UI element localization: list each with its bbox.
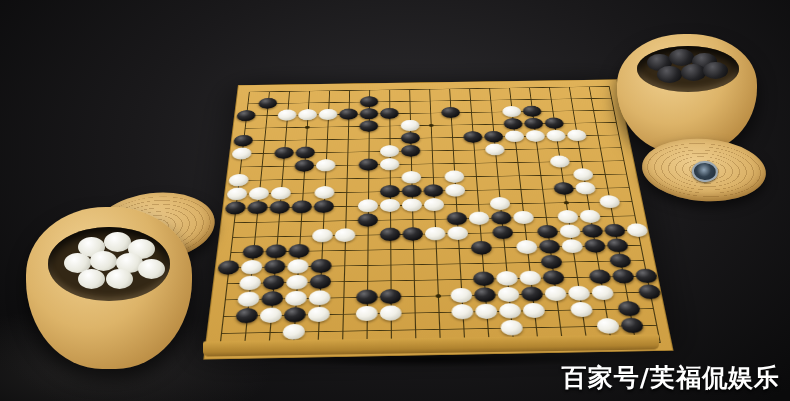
white-stone <box>557 210 579 223</box>
white-stone <box>356 306 378 322</box>
black-stone <box>380 108 399 119</box>
black-stone <box>522 106 542 117</box>
black-stone <box>474 287 497 302</box>
white-stone <box>546 130 567 142</box>
black-stone <box>524 118 544 130</box>
white-stone <box>335 228 356 242</box>
black-stone <box>463 131 483 143</box>
black-stone <box>503 118 523 130</box>
white-stone <box>287 259 309 274</box>
black-stone <box>471 241 493 255</box>
white-stone <box>380 199 400 212</box>
black-stone <box>288 244 310 258</box>
white-stone <box>445 184 466 197</box>
black-stone <box>484 131 504 143</box>
black-stone <box>491 211 512 224</box>
black-stone <box>553 182 575 195</box>
hoshi-point <box>305 126 310 129</box>
white-stone <box>570 302 594 317</box>
black-stone <box>295 146 315 158</box>
black-stone <box>588 269 611 284</box>
white-stone <box>424 198 445 211</box>
white-stone <box>237 291 260 306</box>
white-stone <box>248 187 269 200</box>
black-stone <box>309 274 331 289</box>
white-stone <box>425 227 446 241</box>
white-stone <box>513 211 535 224</box>
black-stone <box>262 275 284 290</box>
white-stone <box>444 170 464 183</box>
white-stone <box>308 307 330 323</box>
white-stone <box>450 288 472 303</box>
hoshi-point <box>436 294 442 298</box>
go-board <box>203 79 673 359</box>
white-stone <box>502 106 522 117</box>
white-stone <box>380 305 402 321</box>
black-stone <box>264 260 286 275</box>
black-stone <box>402 185 422 198</box>
white-stone <box>525 130 545 142</box>
black-stone <box>274 147 294 159</box>
black-stone <box>473 271 495 286</box>
white-stone <box>286 275 308 290</box>
black-bowl-opening <box>637 46 739 92</box>
white-stone <box>559 224 581 238</box>
black-stone <box>380 185 400 198</box>
black-stone <box>441 107 460 118</box>
goban-surface <box>203 79 673 359</box>
white-stone <box>447 226 468 240</box>
black-stone <box>310 259 332 274</box>
black-stone <box>521 286 544 301</box>
white-stone <box>489 197 510 210</box>
black-stone <box>313 200 334 213</box>
black-stone <box>681 64 706 81</box>
black-stone <box>538 240 560 254</box>
black-stone <box>236 110 256 121</box>
black-stone <box>360 96 379 107</box>
white-stone <box>549 155 570 167</box>
black-stone <box>356 289 378 304</box>
black-stone <box>584 239 607 253</box>
white-stone <box>566 129 587 141</box>
white-stone <box>314 186 334 199</box>
white-stone <box>522 303 545 319</box>
white-bowl-opening <box>48 227 170 301</box>
black-stone-bowl <box>617 34 757 154</box>
white-stone <box>380 145 399 157</box>
white-stone <box>282 324 305 340</box>
black-stone <box>581 224 604 238</box>
black-stone <box>294 159 314 171</box>
black-stone <box>242 245 264 259</box>
black-stone <box>703 62 728 79</box>
black-stone <box>657 66 682 83</box>
white-stone <box>591 285 615 300</box>
white-stone <box>240 260 262 275</box>
watermark-text: 百家号/芙福侃娱乐 <box>562 361 780 394</box>
black-stone <box>402 227 423 241</box>
white-stone <box>575 182 597 195</box>
hoshi-point <box>429 124 434 127</box>
black-stone <box>606 238 629 252</box>
black-stone <box>637 284 661 299</box>
black-stone <box>291 200 312 213</box>
black-stone <box>544 117 564 129</box>
photo-scene: 百家号/芙福侃娱乐 <box>0 0 790 401</box>
black-stone <box>423 184 443 197</box>
white-stone <box>228 174 249 187</box>
black-stone <box>283 307 306 323</box>
white-stone <box>78 269 105 289</box>
black-stone <box>225 201 247 214</box>
black-stone <box>620 318 645 334</box>
white-stone <box>226 187 247 200</box>
black-stone <box>360 108 379 119</box>
black-stone <box>617 301 641 316</box>
white-stone <box>316 159 336 171</box>
black-stone <box>217 260 240 275</box>
black-stone <box>358 213 378 227</box>
white-stone <box>485 143 505 155</box>
white-stone <box>544 286 567 301</box>
hoshi-point <box>564 201 569 204</box>
black-stone <box>261 291 284 306</box>
white-stone <box>516 240 538 254</box>
white-stone <box>104 232 131 252</box>
black-stone <box>611 269 635 284</box>
white-stone <box>90 251 117 271</box>
white-stone <box>599 195 621 208</box>
black-stone <box>540 255 563 269</box>
black-stone <box>634 269 658 284</box>
white-stone-bowl <box>26 207 192 369</box>
white-stone <box>358 199 378 212</box>
white-stone <box>504 130 524 142</box>
black-stone <box>235 308 258 324</box>
white-stone <box>500 320 523 336</box>
black-stone <box>269 201 290 214</box>
black-stone <box>446 212 467 225</box>
black-stone <box>265 244 287 258</box>
black-stone <box>609 253 632 267</box>
white-stone <box>285 291 307 306</box>
white-stone <box>475 304 498 320</box>
white-stone <box>596 318 620 334</box>
black-stone <box>537 225 559 239</box>
white-stone <box>499 303 522 319</box>
black-stone <box>380 289 402 304</box>
white-stone <box>239 276 262 291</box>
white-stone <box>579 210 601 223</box>
white-stone <box>380 158 399 170</box>
black-stone <box>401 132 420 144</box>
white-stone <box>469 211 490 224</box>
white-stone <box>308 290 330 305</box>
white-stone <box>451 304 474 320</box>
white-stone <box>401 171 421 184</box>
white-stone <box>561 239 584 253</box>
white-stone <box>497 287 520 302</box>
white-stone <box>138 259 165 279</box>
black-stone <box>604 224 627 238</box>
white-stone <box>401 120 420 132</box>
white-stone <box>270 187 291 200</box>
goban-grid <box>219 86 661 351</box>
black-stone <box>359 120 378 132</box>
black-stone <box>380 227 401 241</box>
black-stone <box>401 145 420 157</box>
white-stone <box>259 307 282 323</box>
black-stone <box>233 135 253 147</box>
black-stone <box>542 270 565 285</box>
white-stone <box>318 109 337 120</box>
black-stone <box>492 226 514 240</box>
black-stone <box>359 158 379 170</box>
black-stone <box>339 108 358 119</box>
white-stone <box>626 223 649 237</box>
white-stone <box>496 271 519 286</box>
white-stone <box>231 147 252 159</box>
black-stone <box>247 201 268 214</box>
white-stone <box>402 198 422 211</box>
white-stone <box>106 269 133 289</box>
white-stone <box>567 286 591 301</box>
white-stone <box>298 109 317 120</box>
black-stone <box>258 98 278 109</box>
white-stone <box>277 109 297 120</box>
white-stone <box>573 168 594 181</box>
white-stone <box>312 229 333 243</box>
white-stone <box>519 271 542 286</box>
